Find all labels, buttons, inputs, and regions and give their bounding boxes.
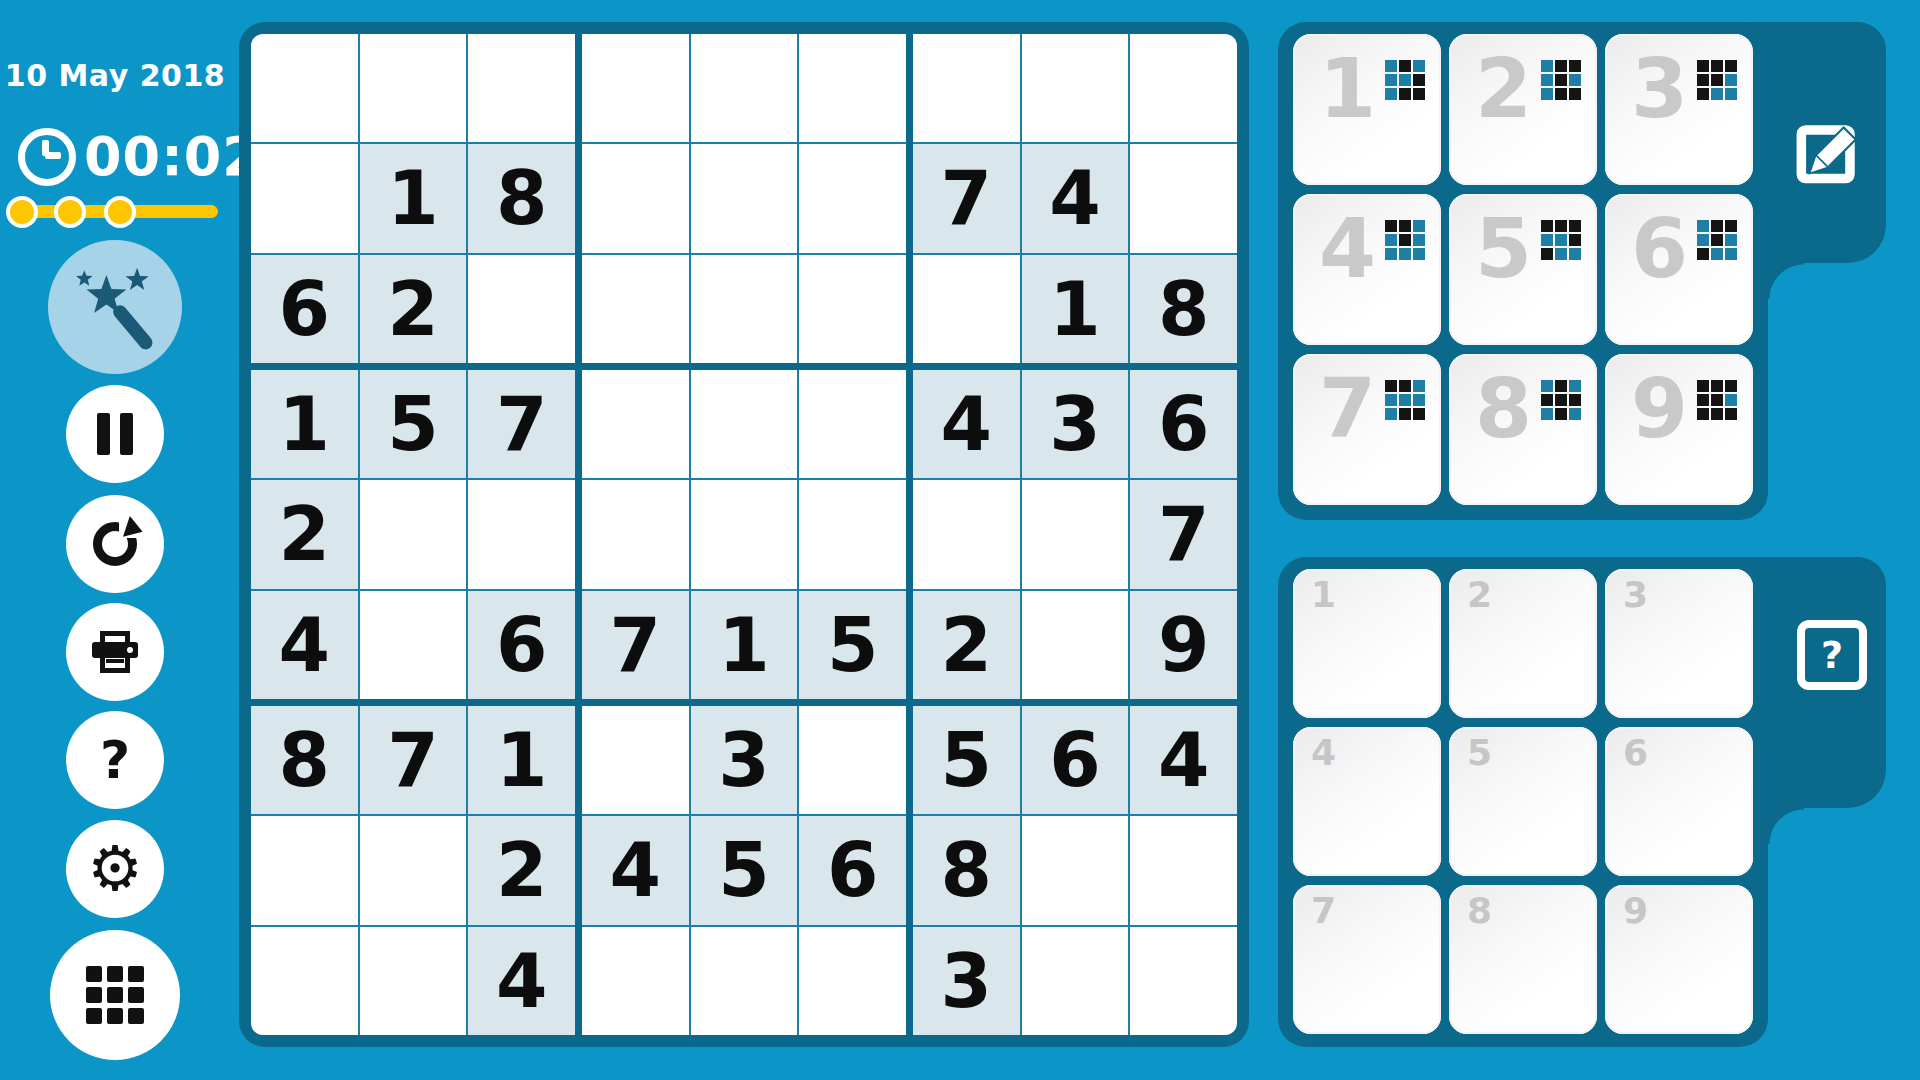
cell-r3c1[interactable]: 6 [251, 255, 358, 363]
candidate-button-1[interactable]: 1 [1293, 569, 1441, 718]
number-label: 9 [1631, 368, 1688, 450]
cell-r5c8[interactable] [1022, 480, 1129, 588]
cell-r6c6[interactable]: 5 [799, 591, 906, 699]
settings-button[interactable]: ⚙ [66, 820, 164, 918]
top-panel-fillet [1768, 263, 1804, 299]
cell-r6c9[interactable]: 9 [1130, 591, 1237, 699]
candidate-label: 4 [1311, 735, 1336, 771]
cell-r4c4[interactable] [582, 370, 689, 478]
cell-r8c9[interactable] [1130, 816, 1237, 924]
number-button-3[interactable]: 3 [1605, 34, 1753, 185]
cell-r4c7[interactable]: 4 [913, 370, 1020, 478]
cell-r9c5[interactable] [691, 927, 798, 1035]
gear-icon: ⚙ [87, 838, 143, 900]
restart-button[interactable] [66, 495, 164, 593]
hint-question-button[interactable]: ? [1797, 620, 1867, 690]
candidate-label: 8 [1467, 893, 1492, 929]
cell-r8c2[interactable] [360, 816, 467, 924]
cell-r9c8[interactable] [1022, 927, 1129, 1035]
cell-r7c4[interactable] [582, 706, 689, 814]
cell-r6c2[interactable] [360, 591, 467, 699]
cell-r1c5[interactable] [691, 34, 798, 142]
cell-r5c3[interactable] [468, 480, 575, 588]
box-presence-grid-icon [1697, 60, 1737, 100]
number-button-7[interactable]: 7 [1293, 354, 1441, 505]
cell-r7c8[interactable]: 6 [1022, 706, 1129, 814]
cell-r1c9[interactable] [1130, 34, 1237, 142]
cell-r8c3[interactable]: 2 [468, 816, 575, 924]
cell-r1c1[interactable] [251, 34, 358, 142]
cell-r7c2[interactable]: 7 [360, 706, 467, 814]
number-label: 3 [1631, 48, 1688, 130]
candidate-button-4[interactable]: 4 [1293, 727, 1441, 876]
cell-r5c9[interactable]: 7 [1130, 480, 1237, 588]
number-label: 6 [1631, 208, 1688, 290]
candidate-button-6[interactable]: 6 [1605, 727, 1753, 876]
candidate-label: 3 [1623, 577, 1648, 613]
cell-r1c8[interactable] [1022, 34, 1129, 142]
cell-r9c6[interactable] [799, 927, 906, 1035]
number-pad: 123456789 [1293, 34, 1753, 505]
candidate-label: 1 [1311, 577, 1336, 613]
cell-r8c5[interactable]: 5 [691, 816, 798, 924]
number-label: 4 [1319, 208, 1376, 290]
restart-icon [91, 520, 139, 568]
cell-r4c9[interactable]: 6 [1130, 370, 1237, 478]
number-label: 2 [1475, 48, 1532, 130]
candidate-label: 9 [1623, 893, 1648, 929]
menu-button[interactable] [50, 930, 180, 1060]
candidate-label: 5 [1467, 735, 1492, 771]
cell-r2c2[interactable]: 1 [360, 144, 467, 252]
cell-r9c1[interactable] [251, 927, 358, 1035]
cell-r1c3[interactable] [468, 34, 575, 142]
cell-r4c8[interactable]: 3 [1022, 370, 1129, 478]
cell-r1c6[interactable] [799, 34, 906, 142]
box-presence-grid-icon [1385, 220, 1425, 260]
cell-r5c6[interactable] [799, 480, 906, 588]
cell-r3c4[interactable] [582, 255, 689, 363]
timer: 00:02 [18, 128, 261, 186]
question-mark-icon: ? [1821, 636, 1843, 674]
cell-r3c6[interactable] [799, 255, 906, 363]
number-button-4[interactable]: 4 [1293, 194, 1441, 345]
cell-r4c6[interactable] [799, 370, 906, 478]
pause-button[interactable] [66, 385, 164, 483]
candidate-button-8[interactable]: 8 [1449, 885, 1597, 1034]
box-presence-grid-icon [1541, 380, 1581, 420]
pause-icon [97, 413, 133, 455]
cell-r3c7[interactable] [913, 255, 1020, 363]
box-4: 157246 [251, 370, 575, 699]
cell-r5c7[interactable] [913, 480, 1020, 588]
hint-button[interactable] [48, 240, 182, 374]
box-presence-grid-icon [1541, 220, 1581, 260]
sudoku-app: 10 May 2018 00:02 [0, 0, 1920, 1080]
cell-r9c9[interactable] [1130, 927, 1237, 1035]
number-button-8[interactable]: 8 [1449, 354, 1597, 505]
cell-r3c9[interactable]: 8 [1130, 255, 1237, 363]
box-9: 56483 [913, 706, 1237, 1035]
date-label: 10 May 2018 [0, 58, 230, 93]
cell-r7c7[interactable]: 5 [913, 706, 1020, 814]
cell-r2c7[interactable]: 7 [913, 144, 1020, 252]
cell-r4c2[interactable]: 5 [360, 370, 467, 478]
cell-r1c2[interactable] [360, 34, 467, 142]
box-presence-grid-icon [1697, 380, 1737, 420]
cell-r5c1[interactable]: 2 [251, 480, 358, 588]
cell-r5c2[interactable] [360, 480, 467, 588]
box-2 [582, 34, 906, 363]
sudoku-grid: 1862741815724671543672987124345656483 [251, 34, 1237, 1035]
cell-r4c5[interactable] [691, 370, 798, 478]
number-label: 1 [1319, 48, 1376, 130]
candidate-label: 6 [1623, 735, 1648, 771]
cell-r7c5[interactable]: 3 [691, 706, 798, 814]
clock-icon [18, 128, 76, 186]
cell-r7c6[interactable] [799, 706, 906, 814]
box-6: 436729 [913, 370, 1237, 699]
cell-r8c8[interactable] [1022, 816, 1129, 924]
question-mark-icon: ? [100, 734, 130, 786]
number-button-1[interactable]: 1 [1293, 34, 1441, 185]
cell-r6c4[interactable]: 7 [582, 591, 689, 699]
cell-r9c3[interactable]: 4 [468, 927, 575, 1035]
cell-r6c1[interactable]: 4 [251, 591, 358, 699]
cell-r2c9[interactable] [1130, 144, 1237, 252]
candidate-button-5[interactable]: 5 [1449, 727, 1597, 876]
candidate-button-2[interactable]: 2 [1449, 569, 1597, 718]
cell-r4c1[interactable]: 1 [251, 370, 358, 478]
cell-r2c8[interactable]: 4 [1022, 144, 1129, 252]
timer-value: 00:02 [84, 130, 261, 184]
cell-r7c1[interactable]: 8 [251, 706, 358, 814]
sidebar: 10 May 2018 00:02 [0, 0, 239, 1080]
box-1: 1862 [251, 34, 575, 363]
print-button[interactable] [66, 603, 164, 701]
cell-r5c5[interactable] [691, 480, 798, 588]
sudoku-grid-area: 1862741815724671543672987124345656483 [251, 34, 1237, 1035]
progress-dot [54, 196, 86, 228]
candidate-pad: 123456789 [1293, 569, 1753, 1034]
sudoku-board: 1862741815724671543672987124345656483 [239, 22, 1249, 1047]
box-7: 87124 [251, 706, 575, 1035]
cell-r3c2[interactable]: 2 [360, 255, 467, 363]
pencil-edit-button[interactable] [1795, 112, 1869, 186]
box-presence-grid-icon [1541, 60, 1581, 100]
cell-r9c7[interactable]: 3 [913, 927, 1020, 1035]
number-button-2[interactable]: 2 [1449, 34, 1597, 185]
box-presence-grid-icon [1385, 380, 1425, 420]
cell-r2c5[interactable] [691, 144, 798, 252]
candidate-label: 7 [1311, 893, 1336, 929]
progress-dot [6, 196, 38, 228]
cell-r7c3[interactable]: 1 [468, 706, 575, 814]
cell-r6c5[interactable]: 1 [691, 591, 798, 699]
cell-r9c4[interactable] [582, 927, 689, 1035]
cell-r9c2[interactable] [360, 927, 467, 1035]
cell-r3c3[interactable] [468, 255, 575, 363]
candidate-button-9[interactable]: 9 [1605, 885, 1753, 1034]
number-button-5[interactable]: 5 [1449, 194, 1597, 345]
cell-r3c8[interactable]: 1 [1022, 255, 1129, 363]
number-label: 7 [1319, 368, 1376, 450]
progress-dot [104, 196, 136, 228]
cell-r1c4[interactable] [582, 34, 689, 142]
box-presence-grid-icon [1385, 60, 1425, 100]
number-button-6[interactable]: 6 [1605, 194, 1753, 345]
cell-r2c4[interactable] [582, 144, 689, 252]
cell-r2c6[interactable] [799, 144, 906, 252]
box-8: 3456 [582, 706, 906, 1035]
candidate-button-7[interactable]: 7 [1293, 885, 1441, 1034]
cell-r2c1[interactable] [251, 144, 358, 252]
box-presence-grid-icon [1697, 220, 1737, 260]
magic-wand-icon [72, 264, 158, 350]
candidate-label: 2 [1467, 577, 1492, 613]
number-label: 8 [1475, 368, 1532, 450]
cell-r8c6[interactable]: 6 [799, 816, 906, 924]
bottom-panel-fillet [1768, 808, 1804, 844]
cell-r6c7[interactable]: 2 [913, 591, 1020, 699]
cell-r8c7[interactable]: 8 [913, 816, 1020, 924]
cell-r1c7[interactable] [913, 34, 1020, 142]
grid-menu-icon [86, 966, 144, 1024]
printer-icon [92, 631, 138, 673]
cell-r7c9[interactable]: 4 [1130, 706, 1237, 814]
progress-bar [8, 205, 218, 218]
cell-r6c8[interactable] [1022, 591, 1129, 699]
cell-r8c4[interactable]: 4 [582, 816, 689, 924]
cell-r3c5[interactable] [691, 255, 798, 363]
box-3: 7418 [913, 34, 1237, 363]
number-button-9[interactable]: 9 [1605, 354, 1753, 505]
number-label: 5 [1475, 208, 1532, 290]
cell-r6c3[interactable]: 6 [468, 591, 575, 699]
cell-r4c3[interactable]: 7 [468, 370, 575, 478]
candidate-button-3[interactable]: 3 [1605, 569, 1753, 718]
box-5: 715 [582, 370, 906, 699]
cell-r5c4[interactable] [582, 480, 689, 588]
cell-r2c3[interactable]: 8 [468, 144, 575, 252]
help-button[interactable]: ? [66, 711, 164, 809]
cell-r8c1[interactable] [251, 816, 358, 924]
